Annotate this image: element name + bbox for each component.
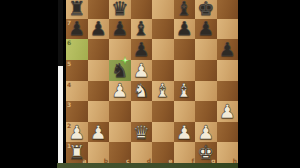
square-e2[interactable] (152, 122, 174, 143)
square-d7[interactable]: ♝ (131, 19, 153, 40)
rank-label-1: 1 (67, 143, 71, 149)
white-pawn-b2[interactable]: ♟ (88, 122, 110, 143)
square-f3[interactable] (174, 101, 196, 122)
black-rook-a8[interactable]: ♜ (66, 0, 88, 19)
square-g3[interactable] (195, 101, 217, 122)
black-king-g8[interactable]: ♚ (195, 0, 217, 19)
square-b1[interactable]: b (88, 142, 110, 163)
square-f2[interactable]: ♟ (174, 122, 196, 143)
rank-label-2: 2 (67, 123, 71, 129)
rank-label-4: 4 (67, 82, 71, 88)
rank-label-5: 5 (67, 61, 71, 67)
square-f8[interactable]: ♝ (174, 0, 196, 19)
square-e8[interactable] (152, 0, 174, 19)
square-e1[interactable]: e (152, 142, 174, 163)
white-pawn-g2[interactable]: ♟ (195, 122, 217, 143)
square-d8[interactable] (131, 0, 153, 19)
square-e4[interactable]: ♝ (152, 81, 174, 102)
black-pawn-h6[interactable]: ♟ (217, 39, 239, 60)
square-b4[interactable] (88, 81, 110, 102)
chess-board: ♜♛♝♚♟7♟♟♝♟♟6♟♟5♞♟4♟♞♝♝3♟♟2♟♛♟♟♜1abcdef♚g… (66, 0, 238, 163)
square-a3[interactable]: 3 (66, 101, 88, 122)
black-bishop-f8[interactable]: ♝ (174, 0, 196, 19)
square-e5[interactable] (152, 60, 174, 81)
video-frame: ♜♛♝♚♟7♟♟♝♟♟6♟♟5♞♟4♟♞♝♝3♟♟2♟♛♟♟♜1abcdef♚g… (0, 0, 300, 168)
evaluation-bar-white-section (58, 66, 63, 163)
square-a4[interactable]: 4 (66, 81, 88, 102)
square-e6[interactable] (152, 39, 174, 60)
square-f6[interactable] (174, 39, 196, 60)
square-h6[interactable]: ♟ (217, 39, 239, 60)
square-a8[interactable]: ♜ (66, 0, 88, 19)
white-pawn-h3[interactable]: ♟ (217, 101, 239, 122)
square-d3[interactable] (131, 101, 153, 122)
square-h2[interactable] (217, 122, 239, 143)
black-pawn-d6[interactable]: ♟ (131, 39, 153, 60)
square-d6[interactable]: ♟ (131, 39, 153, 60)
white-pawn-f2[interactable]: ♟ (174, 122, 196, 143)
rank-label-3: 3 (67, 102, 71, 108)
letterbox-left (0, 0, 58, 168)
square-g2[interactable]: ♟ (195, 122, 217, 143)
square-f1[interactable]: f (174, 142, 196, 163)
square-e3[interactable] (152, 101, 174, 122)
rank-label-6: 6 (67, 40, 71, 46)
square-c5[interactable]: ♞ (109, 60, 131, 81)
white-pawn-d5[interactable]: ♟ (131, 60, 153, 81)
black-pawn-c7[interactable]: ♟ (109, 19, 131, 40)
white-knight-d4[interactable]: ♞ (131, 81, 153, 102)
square-f5[interactable] (174, 60, 196, 81)
black-pawn-f7[interactable]: ♟ (174, 19, 196, 40)
square-d2[interactable]: ♛ (131, 122, 153, 143)
black-pawn-b7[interactable]: ♟ (88, 19, 110, 40)
square-g7[interactable]: ♟ (195, 19, 217, 40)
square-a5[interactable]: 5 (66, 60, 88, 81)
black-knight-c5[interactable]: ♞ (109, 60, 131, 81)
evaluation-bar (58, 0, 63, 163)
square-h5[interactable] (217, 60, 239, 81)
square-f4[interactable]: ♝ (174, 81, 196, 102)
black-pawn-g7[interactable]: ♟ (195, 19, 217, 40)
board-bottom-frame (57, 163, 238, 168)
square-a1[interactable]: ♜1a (66, 142, 88, 163)
square-c7[interactable]: ♟ (109, 19, 131, 40)
square-g8[interactable]: ♚ (195, 0, 217, 19)
rank-label-7: 7 (67, 20, 71, 26)
square-a6[interactable]: 6 (66, 39, 88, 60)
black-queen-c8[interactable]: ♛ (109, 0, 131, 19)
square-a7[interactable]: ♟7 (66, 19, 88, 40)
square-g1[interactable]: ♚g (195, 142, 217, 163)
square-d4[interactable]: ♞ (131, 81, 153, 102)
evaluation-bar-black-section (58, 0, 63, 66)
square-h1[interactable]: h (217, 142, 239, 163)
square-b3[interactable] (88, 101, 110, 122)
square-h4[interactable] (217, 81, 239, 102)
square-g6[interactable] (195, 39, 217, 60)
white-bishop-e4[interactable]: ♝ (152, 81, 174, 102)
square-d5[interactable]: ♟ (131, 60, 153, 81)
square-c2[interactable] (109, 122, 131, 143)
square-c3[interactable] (109, 101, 131, 122)
white-bishop-f4[interactable]: ♝ (174, 81, 196, 102)
square-b6[interactable] (88, 39, 110, 60)
square-c6[interactable] (109, 39, 131, 60)
square-g5[interactable] (195, 60, 217, 81)
square-e7[interactable] (152, 19, 174, 40)
square-h8[interactable] (217, 0, 239, 19)
square-b2[interactable]: ♟ (88, 122, 110, 143)
square-f7[interactable]: ♟ (174, 19, 196, 40)
square-g4[interactable] (195, 81, 217, 102)
square-b5[interactable] (88, 60, 110, 81)
square-b7[interactable]: ♟ (88, 19, 110, 40)
square-a2[interactable]: ♟2 (66, 122, 88, 143)
black-bishop-d7[interactable]: ♝ (131, 19, 153, 40)
square-h7[interactable] (217, 19, 239, 40)
square-h3[interactable]: ♟ (217, 101, 239, 122)
square-c4[interactable]: ♟ (109, 81, 131, 102)
letterbox-right (238, 0, 300, 168)
white-pawn-c4[interactable]: ♟ (109, 81, 131, 102)
square-c8[interactable]: ♛ (109, 0, 131, 19)
square-c1[interactable]: c (109, 142, 131, 163)
white-queen-d2[interactable]: ♛ (131, 122, 153, 143)
square-b8[interactable] (88, 0, 110, 19)
square-d1[interactable]: d (131, 142, 153, 163)
